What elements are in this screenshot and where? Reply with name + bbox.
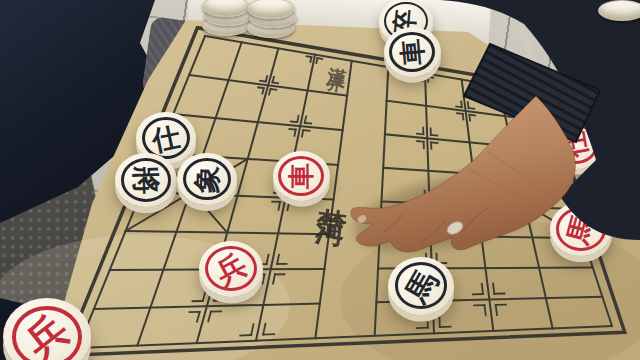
piece-red-兵[interactable]: 兵 <box>199 241 263 297</box>
piece-character: 兵 <box>190 229 273 309</box>
piece-black-將[interactable]: 將 <box>115 153 177 208</box>
piece-red-兵[interactable]: 兵 <box>3 298 91 360</box>
piece-character: 車 <box>385 22 440 83</box>
piece-character: 車 <box>276 148 326 205</box>
piece-character: 兵 <box>0 279 106 360</box>
pieces-layer: 卒車仕將象馬車兵馬仕兵 <box>0 0 640 360</box>
piece-character: 仕 <box>547 112 605 176</box>
piece-character: 象 <box>180 148 235 210</box>
piece-black-馬[interactable]: 馬 <box>388 257 454 315</box>
piece-black-車[interactable]: 車 <box>384 27 441 77</box>
piece-character: 將 <box>118 148 175 212</box>
piece-red-車[interactable]: 車 <box>273 151 330 201</box>
piece-red-仕[interactable]: 仕 <box>548 120 604 169</box>
piece-black-象[interactable]: 象 <box>177 153 237 206</box>
piece-character: 馬 <box>379 243 462 329</box>
piece-character: 馬 <box>547 192 616 266</box>
piece-red-馬[interactable]: 馬 <box>550 202 612 257</box>
photo-scene: 楚河 漢界 卒車仕將象馬車兵馬仕兵 <box>0 0 640 360</box>
